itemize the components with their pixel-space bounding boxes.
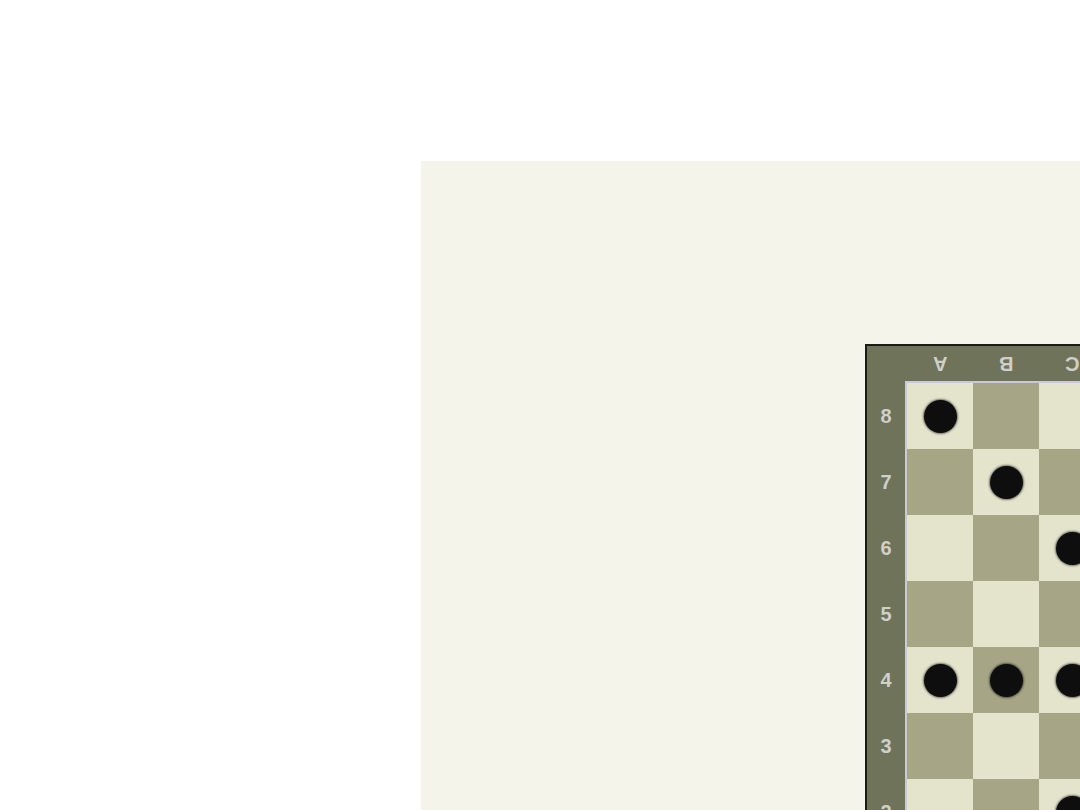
square-b6[interactable] [973, 515, 1039, 581]
square-c5[interactable] [1039, 581, 1080, 647]
move-dot-icon [924, 664, 957, 697]
square-c6[interactable] [1039, 515, 1080, 581]
board-frame: ABCDEFGH 87654321 ♕ 87654321 ABCDEFGH [865, 344, 1080, 810]
rank-label: 8 [880, 406, 891, 426]
square-a6[interactable] [907, 515, 973, 581]
file-label: B [999, 354, 1013, 374]
rank-label: 5 [880, 604, 891, 624]
page-background: { "game": "chess", "description": "Diagr… [0, 0, 1080, 810]
square-b7[interactable] [973, 449, 1039, 515]
file-label: C [1065, 354, 1079, 374]
square-a3[interactable] [907, 713, 973, 779]
rank-label: 7 [880, 472, 891, 492]
move-dot-icon [924, 400, 957, 433]
file-labels-top: ABCDEFGH [905, 346, 1080, 381]
move-dot-icon [990, 466, 1023, 499]
chess-board: ♕ [905, 381, 1080, 810]
rank-labels-left: 87654321 [867, 381, 905, 810]
square-b2[interactable] [973, 779, 1039, 810]
file-label: A [933, 354, 947, 374]
square-a4[interactable] [907, 647, 973, 713]
rank-label: 3 [880, 736, 891, 756]
move-dot-icon [1056, 796, 1080, 810]
square-c2[interactable] [1039, 779, 1080, 810]
square-c4[interactable] [1039, 647, 1080, 713]
content-panel: ABCDEFGH 87654321 ♕ 87654321 ABCDEFGH [421, 161, 1080, 810]
square-a7[interactable] [907, 449, 973, 515]
square-a2[interactable] [907, 779, 973, 810]
rank-label: 2 [880, 802, 891, 810]
rank-label: 6 [880, 538, 891, 558]
square-b8[interactable] [973, 383, 1039, 449]
square-c3[interactable] [1039, 713, 1080, 779]
move-dot-icon [1056, 532, 1080, 565]
square-b4[interactable] [973, 647, 1039, 713]
square-b3[interactable] [973, 713, 1039, 779]
square-a5[interactable] [907, 581, 973, 647]
square-b5[interactable] [973, 581, 1039, 647]
move-dot-icon [1056, 664, 1080, 697]
square-a8[interactable] [907, 383, 973, 449]
rank-label: 4 [880, 670, 891, 690]
square-c7[interactable] [1039, 449, 1080, 515]
square-c8[interactable] [1039, 383, 1080, 449]
move-dot-icon [990, 664, 1023, 697]
